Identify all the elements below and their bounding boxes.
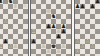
square	[95, 54, 100, 56]
chess-diagrams-strip: ♜♞♗♘♙♟♖♙♙ ♔♞♟♟♟♖♙♟♟♟♙♚♙♙♙ ♟♟♟♟♙♙♙♙♔	[0, 0, 100, 56]
chess-board-right[interactable]: ♟♟♟♟♙♙♙♙♔	[74, 0, 100, 56]
square	[66, 54, 71, 56]
square	[23, 54, 28, 56]
chess-board-left[interactable]: ♜♞♗♘♙♟♖♙♙	[0, 0, 29, 56]
chess-board-middle[interactable]: ♔♞♟♟♟♖♙♟♟♟♙♚♙♙♙	[30, 0, 72, 56]
